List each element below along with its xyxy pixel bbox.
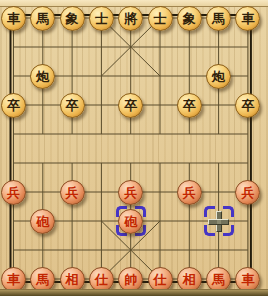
black-horse[interactable]: 馬 bbox=[206, 6, 231, 31]
black-advisor[interactable]: 士 bbox=[89, 6, 114, 31]
black-general[interactable]: 將 bbox=[118, 6, 143, 31]
black-elephant[interactable]: 象 bbox=[60, 6, 85, 31]
black-horse[interactable]: 馬 bbox=[30, 6, 55, 31]
black-soldier[interactable]: 卒 bbox=[235, 93, 260, 118]
black-soldier[interactable]: 卒 bbox=[118, 93, 143, 118]
red-elephant[interactable]: 相 bbox=[177, 267, 202, 292]
red-soldier[interactable]: 兵 bbox=[235, 180, 260, 205]
black-soldier[interactable]: 卒 bbox=[1, 93, 26, 118]
black-elephant[interactable]: 象 bbox=[177, 6, 202, 31]
red-horse[interactable]: 馬 bbox=[206, 267, 231, 292]
board-grid-lines bbox=[0, 0, 268, 296]
red-general[interactable]: 帥 bbox=[118, 267, 143, 292]
black-advisor[interactable]: 士 bbox=[148, 6, 173, 31]
crosshair-cursor bbox=[208, 211, 229, 232]
black-chariot[interactable]: 車 bbox=[1, 6, 26, 31]
black-soldier[interactable]: 卒 bbox=[177, 93, 202, 118]
red-chariot[interactable]: 車 bbox=[1, 267, 26, 292]
black-chariot[interactable]: 車 bbox=[235, 6, 260, 31]
red-chariot[interactable]: 車 bbox=[235, 267, 260, 292]
red-horse[interactable]: 馬 bbox=[30, 267, 55, 292]
board-bottom-edge bbox=[0, 289, 268, 296]
red-soldier[interactable]: 兵 bbox=[177, 180, 202, 205]
black-cannon[interactable]: 炮 bbox=[30, 64, 55, 89]
red-advisor[interactable]: 仕 bbox=[89, 267, 114, 292]
red-soldier[interactable]: 兵 bbox=[118, 180, 143, 205]
red-elephant[interactable]: 相 bbox=[60, 267, 85, 292]
red-cannon[interactable]: 砲 bbox=[118, 209, 143, 234]
red-soldier[interactable]: 兵 bbox=[1, 180, 26, 205]
black-soldier[interactable]: 卒 bbox=[60, 93, 85, 118]
black-cannon[interactable]: 炮 bbox=[206, 64, 231, 89]
red-soldier[interactable]: 兵 bbox=[60, 180, 85, 205]
red-advisor[interactable]: 仕 bbox=[148, 267, 173, 292]
xiangqi-board: 車馬象士將士象馬車炮炮卒卒卒卒卒兵兵兵兵兵砲砲車馬相仕帥仕相馬車 bbox=[0, 0, 268, 296]
red-cannon[interactable]: 砲 bbox=[30, 209, 55, 234]
